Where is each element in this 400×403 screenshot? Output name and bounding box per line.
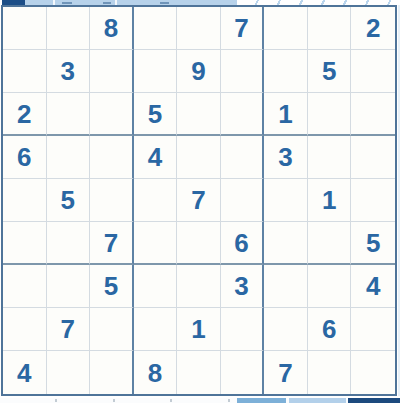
statusbar-tick [228,399,230,402]
sudoku-cell-empty[interactable] [264,265,308,308]
sudoku-cell-given[interactable]: 1 [177,308,221,351]
sudoku-cell-given[interactable]: 1 [264,93,308,136]
toolbar-text-fragment [103,2,111,4]
sudoku-cell-given[interactable]: 7 [90,222,134,265]
sudoku-cell-given[interactable]: 7 [177,179,221,222]
sudoku-cell-empty[interactable] [221,93,265,136]
sudoku-cell-given[interactable]: 5 [351,222,395,265]
sudoku-cell-empty[interactable] [134,222,178,265]
sudoku-cell-given[interactable]: 9 [177,50,221,93]
sudoku-cell-given[interactable]: 2 [351,7,395,50]
sudoku-cell-given[interactable]: 3 [264,136,308,179]
sudoku-board: 872395251643571765534716487 [1,5,397,396]
sudoku-cell-empty[interactable] [308,7,352,50]
sudoku-cell-empty[interactable] [134,50,178,93]
sudoku-cell-given[interactable]: 4 [351,265,395,308]
statusbar-button-medium-blue[interactable] [237,398,286,403]
sudoku-cell-empty[interactable] [90,136,134,179]
statusbar-tick [170,399,172,402]
sudoku-cell-given[interactable]: 5 [47,179,91,222]
sudoku-cell-empty[interactable] [351,50,395,93]
sudoku-cell-given[interactable]: 5 [308,50,352,93]
sudoku-cell-given[interactable]: 4 [134,136,178,179]
sudoku-cell-empty[interactable] [264,7,308,50]
sudoku-cell-empty[interactable] [47,93,91,136]
statusbar-tick [113,399,115,402]
sudoku-cell-empty[interactable] [3,308,47,351]
sudoku-cell-empty[interactable] [90,351,134,394]
sudoku-cell-empty[interactable] [264,222,308,265]
sudoku-cell-empty[interactable] [3,50,47,93]
sudoku-cell-empty[interactable] [177,93,221,136]
sudoku-cell-given[interactable]: 3 [47,50,91,93]
sudoku-cell-empty[interactable] [264,179,308,222]
sudoku-cell-given[interactable]: 7 [264,351,308,394]
toolbar-text-fragment [160,2,169,4]
sudoku-cell-given[interactable]: 7 [221,7,265,50]
sudoku-cell-given[interactable]: 5 [90,265,134,308]
statusbar-fragment [0,398,400,403]
sudoku-cell-empty[interactable] [90,179,134,222]
sudoku-cell-given[interactable]: 8 [90,7,134,50]
sudoku-cell-empty[interactable] [90,93,134,136]
sudoku-cell-empty[interactable] [308,222,352,265]
sudoku-cell-given[interactable]: 1 [308,179,352,222]
sudoku-cell-empty[interactable] [351,179,395,222]
sudoku-cell-empty[interactable] [177,351,221,394]
sudoku-cell-given[interactable]: 6 [308,308,352,351]
sudoku-cell-empty[interactable] [90,308,134,351]
sudoku-cell-empty[interactable] [308,265,352,308]
statusbar-button-light-blue[interactable] [289,398,346,403]
sudoku-cell-empty[interactable] [351,351,395,394]
sudoku-cell-empty[interactable] [351,93,395,136]
sudoku-cell-empty[interactable] [3,179,47,222]
sudoku-cell-empty[interactable] [134,179,178,222]
sudoku-cell-given[interactable]: 5 [134,93,178,136]
sudoku-cell-empty[interactable] [351,136,395,179]
sudoku-cell-empty[interactable] [177,222,221,265]
sudoku-cell-empty[interactable] [264,308,308,351]
sudoku-cell-empty[interactable] [47,265,91,308]
sudoku-cell-empty[interactable] [221,179,265,222]
sudoku-cell-given[interactable]: 4 [3,351,47,394]
sudoku-cell-empty[interactable] [134,7,178,50]
sudoku-cell-empty[interactable] [264,50,308,93]
statusbar-tick [55,399,57,402]
sudoku-cell-empty[interactable] [134,265,178,308]
sudoku-cell-empty[interactable] [221,136,265,179]
sudoku-cell-given[interactable]: 8 [134,351,178,394]
sudoku-cell-empty[interactable] [221,351,265,394]
sudoku-cell-empty[interactable] [3,7,47,50]
sudoku-cell-empty[interactable] [351,308,395,351]
toolbar-text-fragment [62,2,72,4]
sudoku-cell-given[interactable]: 7 [47,308,91,351]
sudoku-cell-given[interactable]: 3 [221,265,265,308]
sudoku-cell-empty[interactable] [47,351,91,394]
sudoku-cell-empty[interactable] [308,351,352,394]
sudoku-cell-empty[interactable] [177,136,221,179]
sudoku-cell-given[interactable]: 6 [3,136,47,179]
sudoku-cell-empty[interactable] [308,136,352,179]
sudoku-cell-empty[interactable] [308,93,352,136]
sudoku-cell-empty[interactable] [177,7,221,50]
sudoku-cell-empty[interactable] [221,50,265,93]
sudoku-cell-empty[interactable] [47,7,91,50]
sudoku-cell-given[interactable]: 2 [3,93,47,136]
sudoku-cell-empty[interactable] [90,50,134,93]
sudoku-cell-empty[interactable] [47,222,91,265]
sudoku-cell-empty[interactable] [177,265,221,308]
sudoku-cell-given[interactable]: 6 [221,222,265,265]
sudoku-cell-empty[interactable] [221,308,265,351]
sudoku-cell-empty[interactable] [3,222,47,265]
sudoku-cell-empty[interactable] [47,136,91,179]
statusbar-button-dark-blue[interactable] [348,398,400,403]
sudoku-cell-empty[interactable] [134,308,178,351]
sudoku-cell-empty[interactable] [3,265,47,308]
